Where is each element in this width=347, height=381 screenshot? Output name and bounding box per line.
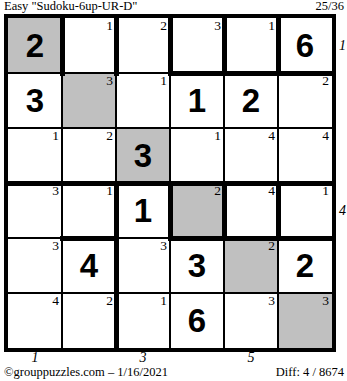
- sudoku-board: 212316331122123144311241343322421633: [4, 14, 336, 352]
- cell-r6c1[interactable]: 4: [8, 293, 62, 348]
- thick-grid-line: [60, 18, 65, 76]
- col-label-3: 3: [116, 350, 170, 365]
- cell-r6c6[interactable]: 3: [278, 293, 332, 348]
- title-bar: Easy "Sudoku-6up-UR-D" 25/36: [4, 0, 344, 13]
- pencil-mark: 3: [322, 293, 329, 309]
- thick-grid-line: [114, 181, 119, 241]
- cell-r1c3[interactable]: 2: [116, 18, 170, 73]
- cell-r2c3[interactable]: 1: [116, 73, 170, 128]
- thick-grid-line: [168, 18, 173, 76]
- cell-r2c4[interactable]: 1: [170, 73, 224, 128]
- thick-grid-line: [276, 71, 333, 76]
- thick-grid-line: [222, 181, 281, 186]
- cell-r2c5[interactable]: 2: [224, 73, 278, 128]
- solved-digit: 6: [170, 293, 224, 348]
- thick-grid-line: [168, 71, 227, 76]
- pencil-mark: 1: [160, 73, 167, 89]
- thick-grid-line: [8, 181, 65, 186]
- solved-digit: 2: [278, 238, 332, 293]
- puzzle-page: Easy "Sudoku-6up-UR-D" 25/36 21231633112…: [0, 0, 347, 381]
- cell-r1c2[interactable]: 1: [62, 18, 116, 73]
- thick-grid-line: [276, 181, 281, 241]
- puzzle-title: Easy "Sudoku-6up-UR-D": [4, 0, 137, 13]
- thick-grid-line: [168, 181, 173, 241]
- solved-digit: 4: [62, 238, 116, 293]
- thick-grid-line: [168, 181, 227, 186]
- pencil-mark: 3: [52, 238, 59, 254]
- solved-digit: 3: [116, 128, 170, 183]
- cell-r6c4[interactable]: 6: [170, 293, 224, 348]
- progress-counter: 25/36: [316, 0, 344, 13]
- cell-r4c1[interactable]: 3: [8, 183, 62, 238]
- solved-digit: 3: [170, 238, 224, 293]
- thick-grid-line: [60, 236, 119, 241]
- cell-r6c2[interactable]: 2: [62, 293, 116, 348]
- cell-r1c6[interactable]: 6: [278, 18, 332, 73]
- row-label-1: 1: [339, 38, 346, 54]
- cell-r3c4[interactable]: 1: [170, 128, 224, 183]
- pencil-mark: 3: [106, 73, 113, 89]
- thick-grid-line: [60, 181, 119, 186]
- pencil-mark: 2: [106, 293, 113, 309]
- thick-grid-line: [222, 236, 281, 241]
- cell-r2c1[interactable]: 3: [8, 73, 62, 128]
- pencil-mark: 3: [160, 238, 167, 254]
- difficulty-text: Diff: 4 / 8674: [276, 365, 344, 379]
- solved-digit: 2: [224, 73, 278, 128]
- thick-grid-line: [114, 291, 119, 349]
- cell-r3c5[interactable]: 4: [224, 128, 278, 183]
- col-label-5: 5: [224, 350, 278, 365]
- pencil-mark: 3: [268, 293, 275, 309]
- pencil-mark: 4: [52, 293, 59, 309]
- solved-digit: 1: [116, 183, 170, 238]
- solved-digit: 6: [278, 18, 332, 73]
- col-label-1: 1: [8, 350, 62, 365]
- pencil-mark: 1: [106, 18, 113, 34]
- cell-r2c2[interactable]: 3: [62, 73, 116, 128]
- pencil-mark: 1: [160, 293, 167, 309]
- pencil-mark: 3: [214, 18, 221, 34]
- cell-r4c3[interactable]: 1: [116, 183, 170, 238]
- cell-r2c6[interactable]: 2: [278, 73, 332, 128]
- cell-r6c5[interactable]: 3: [224, 293, 278, 348]
- pencil-mark: 4: [322, 128, 329, 144]
- cell-r3c2[interactable]: 2: [62, 128, 116, 183]
- cell-r4c6[interactable]: 1: [278, 183, 332, 238]
- cell-r3c3[interactable]: 3: [116, 128, 170, 183]
- cell-r3c6[interactable]: 4: [278, 128, 332, 183]
- thick-grid-line: [276, 181, 333, 186]
- thick-grid-line: [222, 71, 281, 76]
- solved-digit: 2: [8, 18, 62, 73]
- cell-r5c1[interactable]: 3: [8, 238, 62, 293]
- copyright-text: ©grouppuzzles.com – 1/16/2021: [4, 365, 168, 379]
- solved-digit: 1: [170, 73, 224, 128]
- cell-r4c2[interactable]: 1: [62, 183, 116, 238]
- cell-r3c1[interactable]: 1: [8, 128, 62, 183]
- thick-grid-line: [222, 18, 227, 76]
- cell-r5c2[interactable]: 4: [62, 238, 116, 293]
- cell-r5c6[interactable]: 2: [278, 238, 332, 293]
- cell-r6c3[interactable]: 1: [116, 293, 170, 348]
- thick-grid-line: [114, 236, 119, 296]
- cell-r4c4[interactable]: 2: [170, 183, 224, 238]
- cell-r4c5[interactable]: 4: [224, 183, 278, 238]
- grid-line: [8, 292, 332, 294]
- cell-r5c4[interactable]: 3: [170, 238, 224, 293]
- thick-grid-line: [168, 236, 227, 241]
- solved-digit: 3: [8, 73, 62, 128]
- pencil-mark: 1: [268, 18, 275, 34]
- pencil-mark: 1: [52, 128, 59, 144]
- pencil-mark: 1: [214, 128, 221, 144]
- cell-r1c5[interactable]: 1: [224, 18, 278, 73]
- pencil-mark: 2: [160, 18, 167, 34]
- thick-grid-line: [222, 181, 227, 241]
- footer-bar: ©grouppuzzles.com – 1/16/2021 Diff: 4 / …: [4, 365, 344, 379]
- thick-grid-line: [276, 18, 281, 76]
- pencil-mark: 4: [268, 128, 275, 144]
- cell-r1c1[interactable]: 2: [8, 18, 62, 73]
- thick-grid-line: [276, 236, 333, 241]
- cell-r5c5[interactable]: 2: [224, 238, 278, 293]
- row-label-4: 4: [339, 203, 346, 219]
- cell-r5c3[interactable]: 3: [116, 238, 170, 293]
- thick-grid-line: [114, 18, 119, 76]
- thick-grid-line: [114, 181, 173, 186]
- pencil-mark: 2: [106, 128, 113, 144]
- cell-r1c4[interactable]: 3: [170, 18, 224, 73]
